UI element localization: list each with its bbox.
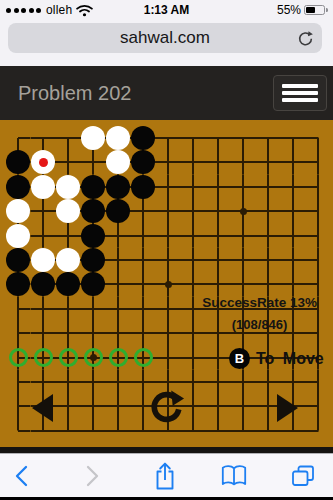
- battery-icon: [304, 5, 328, 15]
- share-button[interactable]: [153, 461, 177, 491]
- hoshi-point: [240, 208, 247, 215]
- board-cell[interactable]: [81, 370, 106, 394]
- to-move-indicator: B To Move: [229, 348, 324, 369]
- board-cell[interactable]: [256, 175, 281, 199]
- battery-fill: [306, 7, 315, 13]
- back-button[interactable]: [14, 465, 28, 487]
- black-stone: [56, 272, 80, 296]
- board-cell[interactable]: [106, 223, 131, 247]
- board-cell[interactable]: [6, 150, 31, 174]
- board-cell[interactable]: [56, 394, 81, 418]
- board-cell[interactable]: [81, 297, 106, 321]
- browser-toolbar: [0, 453, 333, 497]
- board-cell[interactable]: [256, 223, 281, 247]
- board-cell[interactable]: [81, 394, 106, 418]
- board-cell[interactable]: [231, 199, 256, 223]
- board-cell[interactable]: [56, 175, 81, 199]
- board-cell[interactable]: [81, 418, 106, 442]
- board-cell[interactable]: [231, 272, 256, 296]
- board-cell[interactable]: [106, 345, 131, 369]
- go-board: SuccessRate 13% (108/846) B To Move: [0, 120, 333, 447]
- stats-overlay: SuccessRate 13% (108/846): [202, 295, 317, 332]
- board-cell[interactable]: [56, 199, 81, 223]
- board-cell[interactable]: [156, 126, 181, 150]
- board-cell[interactable]: [56, 297, 81, 321]
- black-stone: [6, 272, 30, 296]
- board-cell[interactable]: [156, 248, 181, 272]
- board-cell[interactable]: [106, 248, 131, 272]
- board-cell[interactable]: [31, 150, 56, 174]
- black-stone: [6, 248, 30, 272]
- board-cell[interactable]: [306, 370, 331, 394]
- board-cell[interactable]: [181, 248, 206, 272]
- board-cell[interactable]: [281, 248, 306, 272]
- board-cell[interactable]: [181, 175, 206, 199]
- board-cell[interactable]: [56, 223, 81, 247]
- green-circle-marker[interactable]: [34, 348, 53, 367]
- board-cell[interactable]: [281, 272, 306, 296]
- board-cell[interactable]: [6, 321, 31, 345]
- black-stone: [131, 175, 155, 199]
- board-cell[interactable]: [156, 150, 181, 174]
- board-cell[interactable]: [56, 370, 81, 394]
- board-cell[interactable]: [6, 175, 31, 199]
- address-bar[interactable]: sahwal.com: [8, 23, 322, 53]
- board-cell[interactable]: [31, 126, 56, 150]
- board-cell[interactable]: [6, 345, 31, 369]
- board-cell[interactable]: [6, 223, 31, 247]
- board-cell[interactable]: [206, 248, 231, 272]
- board-cell[interactable]: [231, 126, 256, 150]
- board-cell[interactable]: [106, 199, 131, 223]
- board-cell[interactable]: [56, 345, 81, 369]
- board-cell[interactable]: [231, 394, 256, 418]
- white-stone: [106, 150, 130, 174]
- board-cell[interactable]: [256, 150, 281, 174]
- board-cell[interactable]: [281, 199, 306, 223]
- board-cell[interactable]: [306, 394, 331, 418]
- board-cell[interactable]: [131, 175, 156, 199]
- board-cell[interactable]: [231, 248, 256, 272]
- board-cell[interactable]: [31, 321, 56, 345]
- board-cell[interactable]: [81, 150, 106, 174]
- board-cell[interactable]: [106, 150, 131, 174]
- green-circle-marker[interactable]: [134, 348, 153, 367]
- board-cell[interactable]: [81, 223, 106, 247]
- board-cell[interactable]: [6, 199, 31, 223]
- board-cell[interactable]: [231, 150, 256, 174]
- forward-button[interactable]: [86, 465, 100, 487]
- site-header: Problem 202: [0, 66, 333, 120]
- board-cell[interactable]: [156, 175, 181, 199]
- green-circle-marker[interactable]: [59, 348, 78, 367]
- white-stone: [106, 126, 130, 150]
- board-cell[interactable]: [106, 297, 131, 321]
- tabs-button[interactable]: [291, 465, 315, 487]
- board-cell[interactable]: [131, 272, 156, 296]
- white-stone: [6, 224, 30, 248]
- board-cell[interactable]: [306, 175, 331, 199]
- board-cell[interactable]: [31, 297, 56, 321]
- black-stone: [31, 272, 55, 296]
- board-cell[interactable]: [81, 272, 106, 296]
- to-move-label: To Move: [256, 350, 324, 368]
- black-stone: [131, 126, 155, 150]
- board-cell[interactable]: [31, 175, 56, 199]
- black-stone: [81, 272, 105, 296]
- green-circle-marker[interactable]: [84, 348, 103, 367]
- board-cell[interactable]: [231, 418, 256, 442]
- battery-percent-label: 55%: [277, 3, 301, 17]
- board-cell[interactable]: [231, 370, 256, 394]
- board-cell[interactable]: [131, 199, 156, 223]
- board-cell[interactable]: [81, 321, 106, 345]
- board-cell[interactable]: [156, 199, 181, 223]
- prev-move-button[interactable]: [32, 394, 53, 422]
- board-cell[interactable]: [81, 248, 106, 272]
- white-stone: [31, 175, 55, 199]
- board-cell[interactable]: [306, 126, 331, 150]
- white-stone: [56, 199, 80, 223]
- board-cell[interactable]: [31, 248, 56, 272]
- board-cell[interactable]: [306, 418, 331, 442]
- board-cell[interactable]: [306, 223, 331, 247]
- board-cell[interactable]: [206, 223, 231, 247]
- black-stone: [81, 175, 105, 199]
- board-cell[interactable]: [6, 418, 31, 442]
- white-stone: [56, 248, 80, 272]
- board-cell[interactable]: [231, 223, 256, 247]
- black-stone: [6, 175, 30, 199]
- board-cell[interactable]: [231, 175, 256, 199]
- board-cell[interactable]: [131, 345, 156, 369]
- url-bar-row: sahwal.com: [0, 20, 333, 66]
- board-cell[interactable]: [106, 321, 131, 345]
- board-cell[interactable]: [6, 370, 31, 394]
- black-stone: [81, 248, 105, 272]
- board-cell[interactable]: [281, 150, 306, 174]
- board-cell[interactable]: [56, 321, 81, 345]
- board-cell[interactable]: [256, 418, 281, 442]
- board-cell[interactable]: [56, 248, 81, 272]
- red-dot-marker: [39, 158, 48, 167]
- board-cell[interactable]: [281, 223, 306, 247]
- white-stone: [81, 126, 105, 150]
- black-stone: [81, 224, 105, 248]
- board-cell[interactable]: [81, 175, 106, 199]
- board-cell[interactable]: [256, 126, 281, 150]
- attempts-label: (108/846): [232, 317, 288, 332]
- board-cell[interactable]: [306, 248, 331, 272]
- board-cell[interactable]: [206, 175, 231, 199]
- board-cell[interactable]: [181, 150, 206, 174]
- board-cell[interactable]: [56, 418, 81, 442]
- board-cell[interactable]: [206, 150, 231, 174]
- board-cell[interactable]: [131, 321, 156, 345]
- board-cell[interactable]: [281, 126, 306, 150]
- hoshi-point: [165, 281, 172, 288]
- board-cell[interactable]: [206, 394, 231, 418]
- black-stone: [106, 175, 130, 199]
- board-cell[interactable]: [56, 272, 81, 296]
- board-cell[interactable]: [31, 370, 56, 394]
- board-cell[interactable]: [156, 321, 181, 345]
- page-title: Problem 202: [18, 82, 131, 105]
- board-cell[interactable]: [81, 199, 106, 223]
- board-cell[interactable]: [31, 345, 56, 369]
- restart-button[interactable]: [147, 389, 185, 427]
- board-cell[interactable]: [106, 272, 131, 296]
- black-stone: [131, 150, 155, 174]
- board-cell[interactable]: [306, 272, 331, 296]
- black-stone-badge: B: [229, 348, 250, 369]
- reload-icon[interactable]: [296, 29, 314, 47]
- hamburger-menu-button[interactable]: [273, 75, 327, 111]
- board-cell[interactable]: [31, 272, 56, 296]
- board-cell[interactable]: [181, 272, 206, 296]
- url-text: sahwal.com: [120, 28, 210, 48]
- board-cell[interactable]: [181, 126, 206, 150]
- bookmarks-button[interactable]: [220, 464, 248, 487]
- board-cell[interactable]: [31, 418, 56, 442]
- board-cell[interactable]: [306, 199, 331, 223]
- circular-arrow-icon: [147, 389, 185, 427]
- board-cell[interactable]: [106, 394, 131, 418]
- board-cell[interactable]: [106, 370, 131, 394]
- board-cell[interactable]: [181, 199, 206, 223]
- board-cell[interactable]: [181, 223, 206, 247]
- board-cell[interactable]: [206, 370, 231, 394]
- board-cell[interactable]: [281, 175, 306, 199]
- white-stone: [56, 175, 80, 199]
- board-cell[interactable]: [281, 370, 306, 394]
- board-cell[interactable]: [206, 345, 231, 369]
- board-cell[interactable]: [181, 345, 206, 369]
- success-rate-label: SuccessRate 13%: [202, 295, 317, 310]
- board-cell[interactable]: [156, 223, 181, 247]
- board-cell[interactable]: [106, 175, 131, 199]
- board-cell[interactable]: [131, 150, 156, 174]
- board-cell[interactable]: [131, 126, 156, 150]
- board-cell[interactable]: [81, 345, 106, 369]
- board-cell[interactable]: [56, 126, 81, 150]
- black-stone: [106, 199, 130, 223]
- white-stone: [31, 150, 55, 174]
- board-cell[interactable]: [6, 394, 31, 418]
- board-cell[interactable]: [281, 418, 306, 442]
- green-circle-marker[interactable]: [9, 348, 28, 367]
- board-cell[interactable]: [206, 418, 231, 442]
- next-move-button[interactable]: [277, 394, 298, 422]
- board-cell[interactable]: [106, 418, 131, 442]
- board-cell[interactable]: [156, 297, 181, 321]
- board-cell[interactable]: [306, 150, 331, 174]
- status-bar: olleh 1:13 AM 55%: [0, 0, 333, 20]
- white-stone: [6, 199, 30, 223]
- board-cell[interactable]: [156, 345, 181, 369]
- board-cell[interactable]: [206, 126, 231, 150]
- board-cell[interactable]: [256, 248, 281, 272]
- board-cell[interactable]: [56, 150, 81, 174]
- board-cell[interactable]: [256, 272, 281, 296]
- board-cell[interactable]: [206, 272, 231, 296]
- board-cell[interactable]: [256, 199, 281, 223]
- white-stone: [31, 248, 55, 272]
- board-cell[interactable]: [131, 248, 156, 272]
- board-cell[interactable]: [81, 126, 106, 150]
- black-stone: [6, 150, 30, 174]
- board-cell[interactable]: [6, 248, 31, 272]
- board-cell[interactable]: [206, 199, 231, 223]
- board-cell[interactable]: [6, 272, 31, 296]
- browser-top-chrome: olleh 1:13 AM 55% sahwal.com: [0, 0, 333, 66]
- board-cell[interactable]: [6, 297, 31, 321]
- board-cell[interactable]: [256, 370, 281, 394]
- board-cell[interactable]: [156, 272, 181, 296]
- board-cell[interactable]: [6, 126, 31, 150]
- board-cell[interactable]: [31, 223, 56, 247]
- board-cell[interactable]: [131, 223, 156, 247]
- green-circle-marker[interactable]: [109, 348, 128, 367]
- board-cell[interactable]: [31, 199, 56, 223]
- board-cell[interactable]: [106, 126, 131, 150]
- black-stone: [81, 199, 105, 223]
- board-cell[interactable]: [131, 297, 156, 321]
